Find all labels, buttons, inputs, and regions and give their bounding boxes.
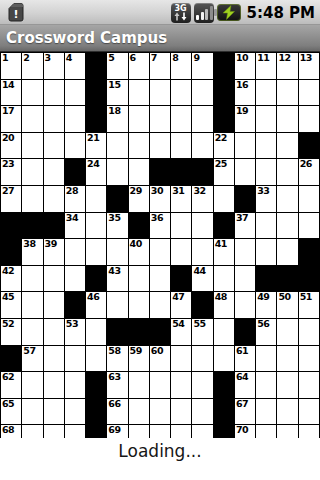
crossword-cell[interactable] <box>299 80 319 106</box>
clue-number: 70 <box>236 424 248 435</box>
crossword-cell[interactable] <box>65 106 85 132</box>
crossword-cell[interactable] <box>150 266 170 292</box>
crossword-cell[interactable] <box>65 425 85 438</box>
crossword-cell[interactable]: 43 <box>107 266 127 292</box>
clue-number: 62 <box>2 371 14 382</box>
clue-number: 55 <box>193 318 205 329</box>
crossword-cell[interactable] <box>277 186 297 212</box>
black-cell <box>171 159 191 185</box>
crossword-cell[interactable] <box>129 133 149 159</box>
clue-number: 21 <box>87 132 99 143</box>
crossword-cell[interactable] <box>277 106 297 132</box>
crossword-cell[interactable] <box>129 80 149 106</box>
crossword-cell[interactable] <box>22 425 42 438</box>
clue-number: 59 <box>130 345 142 356</box>
crossword-cell[interactable]: 12 <box>277 53 297 79</box>
black-cell <box>235 186 255 212</box>
crossword-cell[interactable] <box>299 346 319 372</box>
crossword-cell[interactable] <box>22 80 42 106</box>
crossword-cell[interactable]: 1 <box>1 53 21 79</box>
crossword-cell[interactable]: 6 <box>129 53 149 79</box>
crossword-cell[interactable] <box>277 319 297 345</box>
black-cell <box>192 292 212 318</box>
crossword-cell[interactable] <box>171 80 191 106</box>
crossword-cell[interactable] <box>299 425 319 438</box>
black-cell <box>86 372 106 398</box>
crossword-cell[interactable] <box>150 399 170 425</box>
crossword-cell[interactable] <box>44 319 64 345</box>
crossword-cell[interactable] <box>192 239 212 265</box>
clue-number: 41 <box>215 238 227 249</box>
clue-number: 38 <box>23 238 35 249</box>
crossword-cell[interactable] <box>86 346 106 372</box>
crossword-cell[interactable] <box>22 399 42 425</box>
clue-number: 35 <box>108 212 120 223</box>
crossword-cell[interactable] <box>171 106 191 132</box>
crossword-cell[interactable]: 61 <box>235 346 255 372</box>
crossword-cell[interactable] <box>65 133 85 159</box>
crossword-cell[interactable]: 47 <box>171 292 191 318</box>
clue-number: 24 <box>87 158 99 169</box>
crossword-cell[interactable]: 50 <box>277 292 297 318</box>
clue-number: 14 <box>2 79 14 90</box>
crossword-cell[interactable] <box>44 292 64 318</box>
crossword-cell[interactable] <box>150 425 170 438</box>
clue-number: 50 <box>278 291 290 302</box>
svg-text:!: ! <box>13 8 18 21</box>
clue-number: 8 <box>172 52 178 63</box>
black-cell <box>214 372 234 398</box>
crossword-cell[interactable] <box>129 159 149 185</box>
crossword-cell[interactable]: 38 <box>22 239 42 265</box>
crossword-cell[interactable] <box>277 425 297 438</box>
clue-number: 27 <box>2 185 14 196</box>
crossword-cell[interactable]: 5 <box>107 53 127 79</box>
clue-number: 5 <box>108 52 114 63</box>
black-cell <box>22 213 42 239</box>
clue-number: 58 <box>108 345 120 356</box>
clue-number: 7 <box>151 52 157 63</box>
crossword-cell[interactable]: 27 <box>1 186 21 212</box>
clue-number: 56 <box>257 318 269 329</box>
clue-number: 51 <box>300 291 312 302</box>
black-cell <box>214 53 234 79</box>
clue-number: 69 <box>108 424 120 435</box>
black-cell <box>214 425 234 438</box>
black-cell <box>192 159 212 185</box>
crossword-cell[interactable] <box>65 372 85 398</box>
crossword-cell[interactable] <box>299 319 319 345</box>
crossword-cell[interactable]: 42 <box>1 266 21 292</box>
crossword-cell[interactable] <box>299 186 319 212</box>
black-cell <box>214 213 234 239</box>
clue-number: 25 <box>215 158 227 169</box>
crossword-cell[interactable]: 67 <box>235 399 255 425</box>
signal-bar <box>210 6 213 20</box>
black-cell <box>86 80 106 106</box>
crossword-cell[interactable] <box>22 133 42 159</box>
crossword-cell[interactable]: 23 <box>1 159 21 185</box>
crossword-cell[interactable] <box>214 319 234 345</box>
black-cell <box>107 319 127 345</box>
crossword-cell[interactable] <box>277 372 297 398</box>
crossword-cell[interactable] <box>86 319 106 345</box>
crossword-cell[interactable]: 21 <box>86 133 106 159</box>
crossword-cell[interactable] <box>192 425 212 438</box>
clue-number: 2 <box>23 52 29 63</box>
crossword-cell[interactable] <box>107 159 127 185</box>
crossword-cell[interactable] <box>192 213 212 239</box>
black-cell <box>1 346 21 372</box>
crossword-cell[interactable]: 3 <box>44 53 64 79</box>
crossword-cell[interactable] <box>150 239 170 265</box>
crossword-cell[interactable] <box>150 292 170 318</box>
crossword-cell[interactable]: 53 <box>65 319 85 345</box>
clue-number: 33 <box>257 185 269 196</box>
crossword-cell[interactable] <box>44 159 64 185</box>
crossword-cell[interactable]: 45 <box>1 292 21 318</box>
crossword-cell[interactable] <box>256 372 276 398</box>
signal-strength-icon <box>194 3 214 23</box>
crossword-cell[interactable] <box>235 292 255 318</box>
crossword-cell[interactable] <box>65 346 85 372</box>
crossword-cell[interactable]: 65 <box>1 399 21 425</box>
crossword-cell[interactable] <box>277 399 297 425</box>
black-cell <box>65 159 85 185</box>
black-cell <box>277 266 297 292</box>
black-cell <box>86 266 106 292</box>
crossword-cell[interactable]: 29 <box>129 186 149 212</box>
clue-number: 46 <box>87 291 99 302</box>
black-cell <box>299 266 319 292</box>
crossword-cell[interactable]: 33 <box>256 186 276 212</box>
black-cell <box>129 319 149 345</box>
crossword-cell[interactable] <box>44 399 64 425</box>
crossword-cell[interactable]: 55 <box>192 319 212 345</box>
crossword-cell[interactable] <box>192 80 212 106</box>
crossword-cell[interactable]: 64 <box>235 372 255 398</box>
crossword-cell[interactable] <box>44 372 64 398</box>
crossword-cell[interactable]: 46 <box>86 292 106 318</box>
clue-number: 67 <box>236 398 248 409</box>
crossword-cell[interactable]: 9 <box>192 53 212 79</box>
clue-number: 16 <box>236 79 248 90</box>
app-title: Crossword Campus <box>6 29 167 47</box>
crossword-cell[interactable] <box>107 239 127 265</box>
signal-bar <box>196 15 199 20</box>
crossword-cell[interactable]: 63 <box>107 372 127 398</box>
signal-bar <box>205 9 208 20</box>
clue-number: 23 <box>2 158 14 169</box>
crossword-cell[interactable]: 30 <box>150 186 170 212</box>
crossword-cell[interactable] <box>171 425 191 438</box>
crossword-cell[interactable] <box>150 372 170 398</box>
clue-number: 63 <box>108 371 120 382</box>
crossword-cell[interactable] <box>22 159 42 185</box>
clue-number: 18 <box>108 105 120 116</box>
crossword-cell[interactable] <box>256 159 276 185</box>
crossword-cell[interactable] <box>129 292 149 318</box>
crossword-cell[interactable] <box>129 266 149 292</box>
crossword-cell[interactable] <box>86 239 106 265</box>
clue-number: 32 <box>193 185 205 196</box>
crossword-cell[interactable] <box>256 213 276 239</box>
lightning-bolt-icon <box>221 5 237 20</box>
crossword-cell[interactable] <box>192 133 212 159</box>
crossword-cell[interactable] <box>192 346 212 372</box>
clue-number: 30 <box>151 185 163 196</box>
crossword-cell[interactable]: 20 <box>1 133 21 159</box>
clue-number: 68 <box>2 424 14 435</box>
crossword-cell[interactable] <box>22 186 42 212</box>
crossword-cell[interactable] <box>256 399 276 425</box>
black-cell <box>107 186 127 212</box>
crossword-cell[interactable] <box>86 213 106 239</box>
crossword-cell[interactable] <box>150 80 170 106</box>
crossword-cell[interactable] <box>214 266 234 292</box>
crossword-cell[interactable] <box>277 213 297 239</box>
clue-number: 26 <box>300 158 312 169</box>
crossword-cell[interactable]: 34 <box>65 213 85 239</box>
crossword-cell[interactable] <box>299 399 319 425</box>
clue-number: 12 <box>278 52 290 63</box>
battery-charging-icon <box>217 4 241 21</box>
clue-number: 19 <box>236 105 248 116</box>
clue-number: 53 <box>66 318 78 329</box>
crossword-cell[interactable] <box>256 106 276 132</box>
crossword-cell[interactable]: 56 <box>256 319 276 345</box>
crossword-cell[interactable]: 48 <box>214 292 234 318</box>
crossword-cell[interactable] <box>277 239 297 265</box>
black-cell <box>214 399 234 425</box>
crossword-cell[interactable]: 41 <box>214 239 234 265</box>
crossword-cell[interactable]: 19 <box>235 106 255 132</box>
clue-number: 17 <box>2 105 14 116</box>
crossword-cell[interactable]: 11 <box>256 53 276 79</box>
black-cell <box>214 106 234 132</box>
crossword-cell[interactable]: 62 <box>1 372 21 398</box>
clock: 5:48 PM <box>247 4 315 22</box>
crossword-cell[interactable]: 58 <box>107 346 127 372</box>
clue-number: 1 <box>2 52 8 63</box>
crossword-cell[interactable]: 25 <box>214 159 234 185</box>
clue-number: 66 <box>108 398 120 409</box>
crossword-cell[interactable]: 35 <box>107 213 127 239</box>
crossword-cell[interactable] <box>171 213 191 239</box>
clue-number: 31 <box>172 185 184 196</box>
black-cell <box>299 133 319 159</box>
crossword-cell[interactable]: 37 <box>235 213 255 239</box>
crossword-cell[interactable] <box>107 292 127 318</box>
crossword-cell[interactable] <box>171 133 191 159</box>
crossword-cell[interactable] <box>171 399 191 425</box>
crossword-cell[interactable]: 68 <box>1 425 21 438</box>
crossword-cell[interactable] <box>65 80 85 106</box>
crossword-cell[interactable] <box>256 346 276 372</box>
app-screen: ! 3G <box>0 0 320 480</box>
crossword-cell[interactable]: 22 <box>214 133 234 159</box>
sdcard-warning-icon: ! <box>8 3 24 22</box>
crossword-cell[interactable] <box>171 346 191 372</box>
clue-number: 22 <box>215 132 227 143</box>
crossword-cell[interactable]: 13 <box>299 53 319 79</box>
crossword-cell[interactable]: 8 <box>171 53 191 79</box>
crossword-cell[interactable] <box>277 133 297 159</box>
crossword-cell[interactable] <box>235 239 255 265</box>
black-cell <box>150 159 170 185</box>
clue-number: 42 <box>2 265 14 276</box>
crossword-cell[interactable]: 60 <box>150 346 170 372</box>
clue-number: 3 <box>45 52 51 63</box>
black-cell <box>86 425 106 438</box>
crossword-cell[interactable] <box>214 186 234 212</box>
crossword-cell[interactable] <box>192 399 212 425</box>
black-cell <box>1 213 21 239</box>
crossword-cell[interactable] <box>22 106 42 132</box>
clue-number: 4 <box>66 52 72 63</box>
black-cell <box>86 399 106 425</box>
clue-number: 10 <box>236 52 248 63</box>
crossword-grid: 1234567891011121314151617181920212223242… <box>0 52 320 438</box>
crossword-cell[interactable]: 24 <box>86 159 106 185</box>
crossword-cell[interactable] <box>44 266 64 292</box>
crossword-cell[interactable] <box>44 346 64 372</box>
black-cell <box>171 266 191 292</box>
crossword-cell[interactable]: 26 <box>299 159 319 185</box>
crossword-cell[interactable]: 31 <box>171 186 191 212</box>
clue-number: 52 <box>2 318 14 329</box>
crossword-cell[interactable]: 54 <box>171 319 191 345</box>
crossword-cell[interactable] <box>65 399 85 425</box>
crossword-cell[interactable]: 59 <box>129 346 149 372</box>
crossword-cell[interactable] <box>22 292 42 318</box>
crossword-cell[interactable]: 52 <box>1 319 21 345</box>
crossword-cell[interactable] <box>235 266 255 292</box>
crossword-cell[interactable]: 51 <box>299 292 319 318</box>
crossword-cell[interactable] <box>256 80 276 106</box>
crossword-cell[interactable] <box>22 372 42 398</box>
clue-number: 57 <box>23 345 35 356</box>
crossword-cell[interactable] <box>299 106 319 132</box>
crossword-cell[interactable] <box>256 425 276 438</box>
crossword-cell[interactable]: 70 <box>235 425 255 438</box>
black-cell <box>44 213 64 239</box>
crossword-cell[interactable]: 69 <box>107 425 127 438</box>
crossword-cell[interactable]: 7 <box>150 53 170 79</box>
crossword-cell[interactable] <box>192 372 212 398</box>
crossword-cell[interactable]: 2 <box>22 53 42 79</box>
crossword-cell[interactable] <box>22 319 42 345</box>
clue-number: 60 <box>151 345 163 356</box>
crossword-cell[interactable] <box>235 159 255 185</box>
crossword-cell[interactable] <box>299 213 319 239</box>
crossword-cell[interactable] <box>235 133 255 159</box>
crossword-cell[interactable] <box>129 399 149 425</box>
crossword-cell[interactable] <box>256 133 276 159</box>
crossword-cell[interactable] <box>65 266 85 292</box>
crossword-cell[interactable] <box>129 425 149 438</box>
crossword-cell[interactable] <box>107 133 127 159</box>
crossword-cell[interactable] <box>22 266 42 292</box>
black-cell <box>150 319 170 345</box>
crossword-cell[interactable] <box>277 346 297 372</box>
black-cell <box>235 319 255 345</box>
black-cell <box>65 292 85 318</box>
crossword-cell[interactable] <box>44 133 64 159</box>
crossword-cell[interactable] <box>150 106 170 132</box>
clue-number: 13 <box>300 52 312 63</box>
clue-number: 45 <box>2 291 14 302</box>
status-bar: ! 3G <box>0 0 320 25</box>
crossword-cell[interactable]: 16 <box>235 80 255 106</box>
clue-number: 39 <box>45 238 57 249</box>
clue-number: 9 <box>193 52 199 63</box>
crossword-cell[interactable]: 10 <box>235 53 255 79</box>
crossword-cell[interactable]: 36 <box>150 213 170 239</box>
loading-text: Loading... <box>0 441 320 461</box>
clue-number: 65 <box>2 398 14 409</box>
clue-number: 49 <box>257 291 269 302</box>
crossword-cell[interactable] <box>256 239 276 265</box>
updown-arrows-icon <box>174 12 188 21</box>
crossword-cell[interactable]: 44 <box>192 266 212 292</box>
crossword-cell[interactable]: 17 <box>1 106 21 132</box>
crossword-cell[interactable]: 57 <box>22 346 42 372</box>
crossword-cell[interactable]: 15 <box>107 80 127 106</box>
crossword-cell[interactable] <box>192 106 212 132</box>
crossword-cell[interactable] <box>86 186 106 212</box>
crossword-cell[interactable] <box>277 159 297 185</box>
crossword-cell[interactable] <box>44 425 64 438</box>
black-cell <box>86 106 106 132</box>
clue-number: 40 <box>130 238 142 249</box>
clue-number: 43 <box>108 265 120 276</box>
crossword-cell[interactable] <box>277 80 297 106</box>
crossword-cell[interactable] <box>44 186 64 212</box>
crossword-cell[interactable]: 18 <box>107 106 127 132</box>
crossword-cell[interactable]: 28 <box>65 186 85 212</box>
crossword-cell[interactable] <box>171 239 191 265</box>
title-bar: Crossword Campus <box>0 25 320 52</box>
black-cell <box>129 213 149 239</box>
clue-number: 54 <box>172 318 184 329</box>
crossword-cell[interactable] <box>129 372 149 398</box>
black-cell <box>256 266 276 292</box>
crossword-cell[interactable] <box>299 372 319 398</box>
crossword-cell[interactable]: 40 <box>129 239 149 265</box>
clue-number: 37 <box>236 212 248 223</box>
crossword-cell[interactable]: 4 <box>65 53 85 79</box>
crossword-cell[interactable]: 66 <box>107 399 127 425</box>
crossword-cell[interactable] <box>44 106 64 132</box>
crossword-cell[interactable] <box>129 106 149 132</box>
crossword-cell[interactable]: 49 <box>256 292 276 318</box>
clue-number: 48 <box>215 291 227 302</box>
crossword-cell[interactable] <box>171 372 191 398</box>
black-cell <box>299 239 319 265</box>
clue-number: 61 <box>236 345 248 356</box>
crossword-cell[interactable] <box>65 239 85 265</box>
clue-number: 44 <box>193 265 205 276</box>
crossword-cell[interactable]: 32 <box>192 186 212 212</box>
crossword-cell[interactable] <box>214 346 234 372</box>
clue-number: 34 <box>66 212 78 223</box>
crossword-cell[interactable] <box>44 80 64 106</box>
status-bar-right: 3G 5:48 PM <box>171 2 317 23</box>
crossword-cell[interactable] <box>150 133 170 159</box>
crossword-cell[interactable]: 39 <box>44 239 64 265</box>
crossword-cell[interactable]: 14 <box>1 80 21 106</box>
